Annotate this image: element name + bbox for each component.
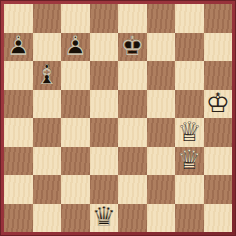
square-h5[interactable]: ♚♔ (204, 90, 233, 119)
square-h8[interactable] (204, 4, 233, 33)
square-h4[interactable] (204, 118, 233, 147)
chess-diagram: ♟♙♟♙♚♔♝♗♚♔♛♕♛♕♛♕ (0, 0, 236, 236)
square-g2[interactable] (175, 175, 204, 204)
square-g5[interactable] (175, 90, 204, 119)
square-f3[interactable] (147, 147, 176, 176)
square-f1[interactable] (147, 204, 176, 233)
square-a3[interactable] (4, 147, 33, 176)
square-a5[interactable] (4, 90, 33, 119)
square-b2[interactable] (33, 175, 62, 204)
square-f2[interactable] (147, 175, 176, 204)
square-a2[interactable] (4, 175, 33, 204)
piece-glyph-outline: ♔ (204, 90, 233, 119)
square-a8[interactable] (4, 4, 33, 33)
piece-black-pawn-a7[interactable]: ♟♙ (4, 33, 33, 62)
square-h6[interactable] (204, 61, 233, 90)
square-c1[interactable] (61, 204, 90, 233)
square-h2[interactable] (204, 175, 233, 204)
square-d3[interactable] (90, 147, 119, 176)
square-b6[interactable]: ♝♗ (33, 61, 62, 90)
square-e2[interactable] (118, 175, 147, 204)
square-e7[interactable]: ♚♔ (118, 33, 147, 62)
square-e5[interactable] (118, 90, 147, 119)
piece-black-king-e7[interactable]: ♚♔ (118, 33, 147, 62)
square-c3[interactable] (61, 147, 90, 176)
square-c6[interactable] (61, 61, 90, 90)
piece-glyph-outline: ♙ (4, 33, 33, 62)
piece-glyph-outline: ♕ (175, 118, 204, 147)
square-h1[interactable] (204, 204, 233, 233)
square-b4[interactable] (33, 118, 62, 147)
square-h3[interactable] (204, 147, 233, 176)
square-c2[interactable] (61, 175, 90, 204)
square-b7[interactable] (33, 33, 62, 62)
square-f6[interactable] (147, 61, 176, 90)
square-a6[interactable] (4, 61, 33, 90)
piece-white-queen-g4[interactable]: ♛♕ (175, 118, 204, 147)
square-e8[interactable] (118, 4, 147, 33)
piece-glyph-outline: ♔ (118, 33, 147, 62)
piece-glyph-outline: ♕ (90, 204, 119, 233)
square-b1[interactable] (33, 204, 62, 233)
piece-glyph-outline: ♕ (175, 147, 204, 176)
square-c8[interactable] (61, 4, 90, 33)
square-g8[interactable] (175, 4, 204, 33)
piece-white-queen-g3[interactable]: ♛♕ (175, 147, 204, 176)
square-a7[interactable]: ♟♙ (4, 33, 33, 62)
square-b8[interactable] (33, 4, 62, 33)
piece-black-bishop-b6[interactable]: ♝♗ (33, 61, 62, 90)
square-d6[interactable] (90, 61, 119, 90)
square-d2[interactable] (90, 175, 119, 204)
piece-glyph-outline: ♙ (61, 33, 90, 62)
square-g4[interactable]: ♛♕ (175, 118, 204, 147)
square-e6[interactable] (118, 61, 147, 90)
square-f7[interactable] (147, 33, 176, 62)
square-e4[interactable] (118, 118, 147, 147)
square-c5[interactable] (61, 90, 90, 119)
square-f5[interactable] (147, 90, 176, 119)
square-a4[interactable] (4, 118, 33, 147)
square-e3[interactable] (118, 147, 147, 176)
square-g3[interactable]: ♛♕ (175, 147, 204, 176)
square-g1[interactable] (175, 204, 204, 233)
square-d4[interactable] (90, 118, 119, 147)
square-d8[interactable] (90, 4, 119, 33)
square-f8[interactable] (147, 4, 176, 33)
square-b5[interactable] (33, 90, 62, 119)
square-d5[interactable] (90, 90, 119, 119)
piece-black-queen-d1[interactable]: ♛♕ (90, 204, 119, 233)
square-c7[interactable]: ♟♙ (61, 33, 90, 62)
square-c4[interactable] (61, 118, 90, 147)
square-d7[interactable] (90, 33, 119, 62)
piece-black-pawn-c7[interactable]: ♟♙ (61, 33, 90, 62)
chess-board: ♟♙♟♙♚♔♝♗♚♔♛♕♛♕♛♕ (4, 4, 232, 232)
piece-glyph-outline: ♗ (33, 61, 62, 90)
square-b3[interactable] (33, 147, 62, 176)
square-f4[interactable] (147, 118, 176, 147)
piece-white-king-h5[interactable]: ♚♔ (204, 90, 233, 119)
square-h7[interactable] (204, 33, 233, 62)
square-e1[interactable] (118, 204, 147, 233)
square-a1[interactable] (4, 204, 33, 233)
square-g7[interactable] (175, 33, 204, 62)
square-g6[interactable] (175, 61, 204, 90)
square-d1[interactable]: ♛♕ (90, 204, 119, 233)
